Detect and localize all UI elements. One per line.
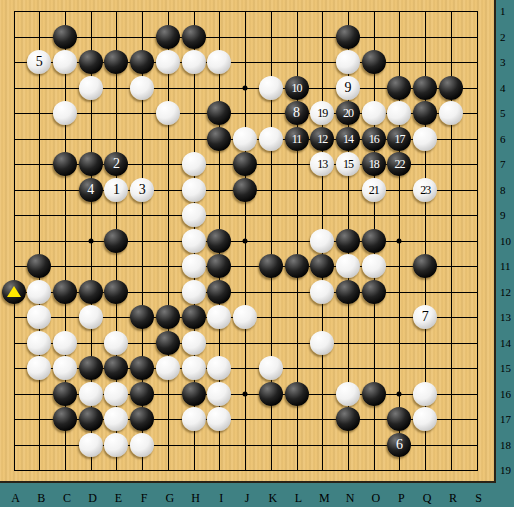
column-label: D (88, 492, 97, 504)
triangle-marker-icon (7, 286, 21, 297)
stone-black[interactable] (130, 382, 154, 406)
row-label: 12 (500, 286, 511, 297)
stone-white[interactable] (310, 280, 334, 304)
stone-white[interactable]: 9 (336, 76, 360, 100)
column-label: J (245, 492, 250, 504)
row-label: 13 (500, 312, 511, 323)
column-label: I (219, 492, 223, 504)
move-number-label: 3 (139, 183, 146, 197)
stone-black[interactable] (259, 254, 283, 278)
move-number-label: 22 (394, 158, 404, 170)
row-label: 3 (500, 57, 506, 68)
stone-white[interactable] (27, 280, 51, 304)
stone-white[interactable] (79, 305, 103, 329)
stone-black[interactable] (207, 101, 231, 125)
column-coordinate-strip: ABCDEFGHIJKLMNOPQRS (0, 484, 514, 507)
stone-black[interactable] (104, 229, 128, 253)
stone-black[interactable] (362, 50, 386, 74)
stone-black[interactable] (53, 280, 77, 304)
stone-black[interactable] (104, 280, 128, 304)
stone-white[interactable] (182, 280, 206, 304)
grid-line-horizontal (14, 343, 478, 344)
stone-white[interactable] (182, 407, 206, 431)
stone-black[interactable] (387, 76, 411, 100)
row-label: 8 (500, 184, 506, 195)
stone-black[interactable] (362, 229, 386, 253)
stone-black[interactable] (207, 127, 231, 151)
row-label: 11 (500, 261, 511, 272)
stone-white[interactable] (336, 382, 360, 406)
row-label: 10 (500, 235, 511, 246)
stone-black[interactable] (233, 152, 257, 176)
move-number-label: 18 (369, 158, 379, 170)
stone-white[interactable] (182, 152, 206, 176)
column-label: K (268, 492, 277, 504)
stone-white[interactable] (130, 76, 154, 100)
stone-white[interactable] (233, 127, 257, 151)
stone-white[interactable]: 1 (104, 178, 128, 202)
stone-white[interactable] (182, 254, 206, 278)
stone-white[interactable] (413, 382, 437, 406)
stone-black[interactable] (413, 101, 437, 125)
star-point (397, 391, 402, 396)
grid-line-horizontal (14, 470, 478, 471)
move-number-label: 21 (369, 184, 379, 196)
move-number-label: 19 (317, 107, 327, 119)
stone-black[interactable] (104, 356, 128, 380)
stone-black[interactable]: 6 (387, 433, 411, 457)
row-label: 4 (500, 82, 506, 93)
stone-black[interactable] (387, 407, 411, 431)
stone-white[interactable] (413, 127, 437, 151)
column-label: C (63, 492, 71, 504)
row-label: 16 (500, 388, 511, 399)
stone-white[interactable] (207, 356, 231, 380)
stone-black[interactable] (285, 254, 309, 278)
row-label: 19 (500, 465, 511, 476)
stone-black[interactable] (79, 356, 103, 380)
stone-black[interactable] (285, 382, 309, 406)
column-label: R (449, 492, 457, 504)
goban[interactable]: 5109819201112141617213151822413212376 (0, 0, 496, 483)
column-label: P (398, 492, 405, 504)
move-number-label: 20 (343, 107, 353, 119)
move-number-label: 13 (317, 158, 327, 170)
grid-line-vertical (477, 11, 478, 471)
move-number-label: 10 (292, 82, 302, 94)
stone-white[interactable] (104, 331, 128, 355)
column-label: S (475, 492, 482, 504)
stone-white[interactable]: 19 (310, 101, 334, 125)
stone-black[interactable] (336, 407, 360, 431)
row-label: 2 (500, 31, 506, 42)
stone-black[interactable] (413, 254, 437, 278)
stone-white[interactable]: 5 (27, 50, 51, 74)
stone-white[interactable] (130, 433, 154, 457)
stone-white[interactable] (156, 356, 180, 380)
row-label: 7 (500, 159, 506, 170)
column-label: B (37, 492, 45, 504)
column-label: L (295, 492, 302, 504)
stone-black[interactable] (53, 407, 77, 431)
stone-white[interactable] (439, 101, 463, 125)
stone-black[interactable]: 17 (387, 127, 411, 151)
stone-black[interactable] (207, 229, 231, 253)
grid-line-horizontal (14, 266, 478, 267)
stone-black[interactable] (130, 305, 154, 329)
stone-black[interactable]: 10 (285, 76, 309, 100)
stone-white[interactable] (182, 331, 206, 355)
move-number-label: 5 (36, 55, 43, 69)
move-number-label: 16 (369, 133, 379, 145)
stone-white[interactable] (79, 76, 103, 100)
stone-black[interactable]: 4 (79, 178, 103, 202)
stone-black[interactable] (79, 280, 103, 304)
column-label: F (141, 492, 148, 504)
stone-black[interactable]: 18 (362, 152, 386, 176)
stone-white[interactable] (207, 407, 231, 431)
stone-black[interactable] (79, 50, 103, 74)
stone-black[interactable] (156, 331, 180, 355)
stone-white[interactable] (182, 229, 206, 253)
stone-black[interactable]: 14 (336, 127, 360, 151)
stone-white[interactable] (387, 101, 411, 125)
stone-black[interactable] (310, 254, 334, 278)
stone-white[interactable] (362, 101, 386, 125)
stone-white[interactable] (207, 305, 231, 329)
stone-black[interactable] (53, 25, 77, 49)
row-label: 18 (500, 439, 511, 450)
stone-white[interactable]: 21 (362, 178, 386, 202)
stone-black[interactable] (362, 382, 386, 406)
stone-white[interactable] (182, 356, 206, 380)
stone-black[interactable] (79, 152, 103, 176)
stone-black[interactable] (156, 305, 180, 329)
stone-white[interactable] (53, 50, 77, 74)
column-label: O (371, 492, 380, 504)
stone-white[interactable] (182, 203, 206, 227)
move-number-label: 14 (343, 133, 353, 145)
move-number-label: 23 (420, 184, 430, 196)
stone-black[interactable] (207, 254, 231, 278)
move-number-label: 8 (293, 106, 300, 120)
move-number-label: 1 (113, 183, 120, 197)
stone-black[interactable] (259, 382, 283, 406)
move-number-label: 6 (396, 438, 403, 452)
row-label: 6 (500, 133, 506, 144)
stone-black[interactable] (182, 25, 206, 49)
stone-white[interactable] (207, 50, 231, 74)
row-label: 15 (500, 363, 511, 374)
stone-black[interactable] (336, 229, 360, 253)
column-label: H (191, 492, 200, 504)
stone-white[interactable] (156, 101, 180, 125)
stone-black[interactable]: 20 (336, 101, 360, 125)
stone-white[interactable] (310, 331, 334, 355)
move-number-label: 9 (344, 81, 351, 95)
row-label: 1 (500, 6, 506, 17)
stone-black[interactable] (207, 280, 231, 304)
stone-black[interactable] (336, 25, 360, 49)
stone-black[interactable] (182, 305, 206, 329)
stone-white[interactable]: 7 (413, 305, 437, 329)
stone-black[interactable] (362, 280, 386, 304)
stone-white[interactable] (27, 331, 51, 355)
stone-black[interactable]: 8 (285, 101, 309, 125)
stone-black[interactable] (53, 152, 77, 176)
stone-black[interactable] (130, 356, 154, 380)
stone-white[interactable] (53, 101, 77, 125)
stone-black[interactable] (233, 178, 257, 202)
stone-white[interactable] (79, 433, 103, 457)
stone-black[interactable]: 16 (362, 127, 386, 151)
stone-black[interactable] (27, 254, 51, 278)
stone-black[interactable] (156, 25, 180, 49)
star-point (397, 238, 402, 243)
column-label: N (346, 492, 355, 504)
stone-white[interactable] (259, 127, 283, 151)
move-number-label: 12 (317, 133, 327, 145)
stone-black[interactable] (439, 76, 463, 100)
stone-white[interactable] (53, 331, 77, 355)
stone-white[interactable] (233, 305, 257, 329)
column-label: E (115, 492, 122, 504)
star-point (243, 85, 248, 90)
column-label: Q (423, 492, 432, 504)
move-number-label: 7 (422, 310, 429, 324)
stone-white[interactable] (310, 229, 334, 253)
stone-white[interactable]: 3 (130, 178, 154, 202)
stone-black[interactable] (130, 407, 154, 431)
stone-white[interactable] (27, 305, 51, 329)
stone-white[interactable] (362, 254, 386, 278)
stone-white[interactable] (104, 382, 128, 406)
row-coordinate-strip: 12345678910111213141516171819 (496, 0, 514, 507)
stone-white[interactable]: 23 (413, 178, 437, 202)
stone-white[interactable] (259, 356, 283, 380)
star-point (243, 391, 248, 396)
stone-black[interactable] (53, 382, 77, 406)
stone-black[interactable] (413, 76, 437, 100)
stone-white[interactable] (336, 50, 360, 74)
stone-white[interactable] (413, 407, 437, 431)
stone-white[interactable]: 13 (310, 152, 334, 176)
stone-black[interactable] (79, 407, 103, 431)
stone-white[interactable] (156, 50, 180, 74)
stone-black[interactable] (336, 280, 360, 304)
stone-white[interactable] (207, 382, 231, 406)
stone-black[interactable]: 22 (387, 152, 411, 176)
stone-black[interactable] (2, 280, 26, 304)
row-label: 14 (500, 337, 511, 348)
stone-white[interactable] (182, 50, 206, 74)
stone-black[interactable] (182, 382, 206, 406)
stone-white[interactable] (104, 407, 128, 431)
star-point (243, 238, 248, 243)
column-label: M (319, 492, 330, 504)
stone-black[interactable] (104, 50, 128, 74)
stone-white[interactable] (53, 356, 77, 380)
move-number-label: 15 (343, 158, 353, 170)
row-label: 17 (500, 414, 511, 425)
column-label: A (11, 492, 20, 504)
stone-white[interactable]: 15 (336, 152, 360, 176)
row-label: 5 (500, 108, 506, 119)
stone-white[interactable] (79, 382, 103, 406)
star-point (88, 238, 93, 243)
row-label: 9 (500, 210, 506, 221)
stone-white[interactable] (104, 433, 128, 457)
stone-white[interactable] (259, 76, 283, 100)
move-number-label: 11 (292, 133, 302, 145)
stone-white[interactable] (182, 178, 206, 202)
stone-black[interactable]: 12 (310, 127, 334, 151)
stone-black[interactable]: 2 (104, 152, 128, 176)
stone-white[interactable] (336, 254, 360, 278)
stone-black[interactable] (130, 50, 154, 74)
column-label: G (166, 492, 175, 504)
stone-white[interactable] (27, 356, 51, 380)
move-number-label: 2 (113, 157, 120, 171)
move-number-label: 17 (394, 133, 404, 145)
stone-black[interactable]: 11 (285, 127, 309, 151)
move-number-label: 4 (87, 183, 94, 197)
